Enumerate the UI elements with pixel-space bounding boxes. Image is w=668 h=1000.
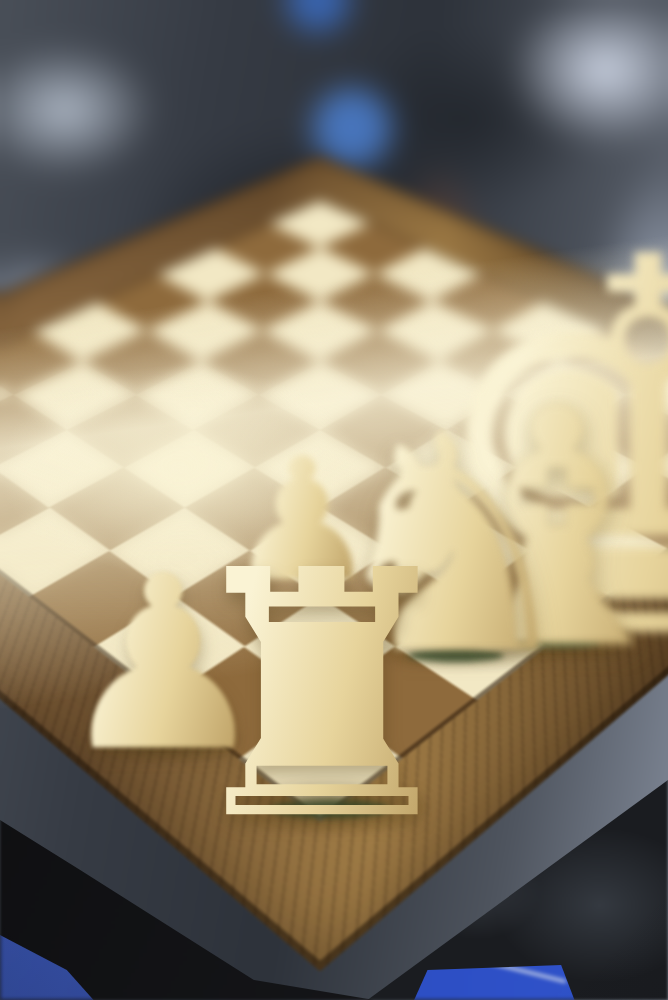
chess-photo: ♟ ♛ ♜ ♞ ♚ ♝ ♟ ♞ ♟ ♜ <box>0 0 668 1000</box>
white-rook: ♜ <box>170 526 475 866</box>
